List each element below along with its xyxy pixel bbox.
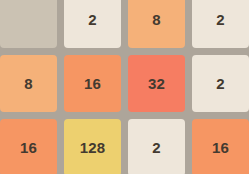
cell-r1c4-tile-2: 2 xyxy=(192,0,249,48)
cell-r3c4-tile-16: 16 xyxy=(192,119,249,174)
cell-r2c2-tile-16: 16 xyxy=(64,55,121,112)
cell-r3c1-tile-16: 16 xyxy=(0,119,57,174)
cell-r3c2-tile-128: 128 xyxy=(64,119,121,174)
cell-r2c1-tile-8: 8 xyxy=(0,55,57,112)
cell-r2c4-tile-2: 2 xyxy=(192,55,249,112)
cell-r1c1-empty xyxy=(0,0,57,48)
cell-r3c3-tile-2: 2 xyxy=(128,119,185,174)
cell-r1c2-tile-2: 2 xyxy=(64,0,121,48)
cell-r1c3-tile-8: 8 xyxy=(128,0,185,48)
cell-r2c3-tile-32: 32 xyxy=(128,55,185,112)
game-viewport: 2 8 2 8 16 32 2 16 128 2 16 xyxy=(0,0,249,174)
2048-board[interactable]: 2 8 2 8 16 32 2 16 128 2 16 xyxy=(0,0,249,174)
